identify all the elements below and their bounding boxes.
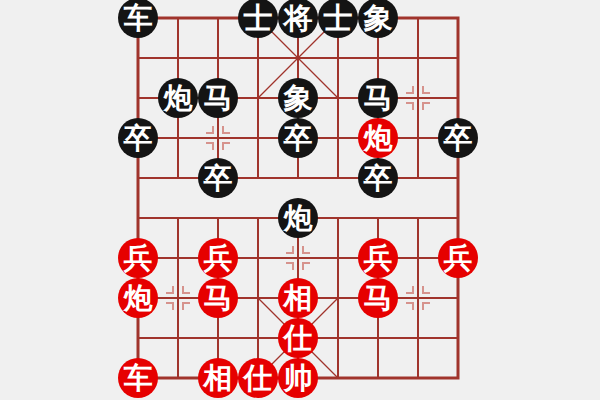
piece-black-pawn[interactable]: 卒	[118, 118, 158, 158]
piece-black-horse[interactable]: 马	[358, 78, 398, 118]
piece-black-cannon[interactable]: 炮	[158, 78, 198, 118]
piece-black-chariot[interactable]: 车	[118, 0, 158, 38]
piece-red-general[interactable]: 帅	[278, 358, 318, 398]
piece-red-pawn[interactable]: 兵	[358, 238, 398, 278]
piece-black-elephant[interactable]: 象	[278, 78, 318, 118]
piece-red-horse[interactable]: 马	[198, 278, 238, 318]
piece-black-advisor[interactable]: 士	[238, 0, 278, 38]
piece-red-pawn[interactable]: 兵	[198, 238, 238, 278]
piece-black-pawn[interactable]: 卒	[198, 158, 238, 198]
piece-black-elephant[interactable]: 象	[358, 0, 398, 38]
piece-black-pawn[interactable]: 卒	[358, 158, 398, 198]
piece-red-horse[interactable]: 马	[358, 278, 398, 318]
piece-red-pawn[interactable]: 兵	[438, 238, 478, 278]
piece-red-pawn[interactable]: 兵	[118, 238, 158, 278]
piece-red-elephant[interactable]: 相	[198, 358, 238, 398]
piece-red-advisor[interactable]: 仕	[278, 318, 318, 358]
piece-black-advisor[interactable]: 士	[318, 0, 358, 38]
piece-red-advisor[interactable]: 仕	[238, 358, 278, 398]
piece-red-elephant[interactable]: 相	[278, 278, 318, 318]
xiangqi-app-canvas: 车士将士象炮马象马卒卒炮卒卒卒炮兵兵兵兵炮马相马仕车相仕帅	[0, 0, 600, 400]
xiangqi-board[interactable]: 车士将士象炮马象马卒卒炮卒卒卒炮兵兵兵兵炮马相马仕车相仕帅	[138, 18, 458, 378]
piece-black-pawn[interactable]: 卒	[278, 118, 318, 158]
piece-red-cannon[interactable]: 炮	[118, 278, 158, 318]
piece-black-pawn[interactable]: 卒	[438, 118, 478, 158]
piece-red-chariot[interactable]: 车	[118, 358, 158, 398]
piece-black-cannon[interactable]: 炮	[278, 198, 318, 238]
piece-black-horse[interactable]: 马	[198, 78, 238, 118]
piece-red-cannon[interactable]: 炮	[358, 118, 398, 158]
piece-black-general[interactable]: 将	[278, 0, 318, 38]
